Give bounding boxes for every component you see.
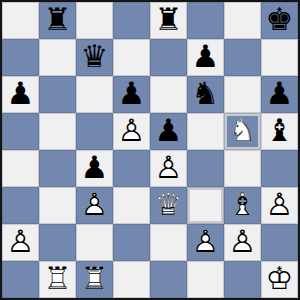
black-pawn[interactable]: ♟ — [76, 150, 113, 187]
square-c7[interactable]: ♛ — [76, 39, 113, 76]
square-c1[interactable]: ♜♖ — [76, 261, 113, 298]
white-pawn-outline: ♙ — [7, 226, 35, 257]
white-bishop-outline: ♗ — [229, 189, 257, 220]
square-e1[interactable] — [150, 261, 187, 298]
square-h6[interactable]: ♟ — [261, 76, 298, 113]
square-e4[interactable]: ♟♙ — [150, 150, 187, 187]
black-pawn-glyph: ♟ — [81, 152, 109, 183]
black-king[interactable]: ♚ — [261, 2, 298, 39]
square-b5[interactable] — [39, 113, 76, 150]
square-a1[interactable] — [2, 261, 39, 298]
square-f5[interactable] — [187, 113, 224, 150]
square-b2[interactable] — [39, 224, 76, 261]
square-b1[interactable]: ♜♖ — [39, 261, 76, 298]
square-e6[interactable] — [150, 76, 187, 113]
square-f7[interactable]: ♟ — [187, 39, 224, 76]
square-g4[interactable] — [224, 150, 261, 187]
square-e5[interactable]: ♟ — [150, 113, 187, 150]
square-d6[interactable]: ♟ — [113, 76, 150, 113]
square-e7[interactable] — [150, 39, 187, 76]
white-pawn-outline: ♙ — [81, 189, 109, 220]
white-pawn[interactable]: ♟♙ — [261, 187, 298, 224]
square-h8[interactable]: ♚ — [261, 2, 298, 39]
white-knight[interactable]: ♞♘ — [224, 113, 261, 150]
square-h2[interactable] — [261, 224, 298, 261]
square-c2[interactable] — [76, 224, 113, 261]
square-a2[interactable]: ♟♙ — [2, 224, 39, 261]
square-f4[interactable] — [187, 150, 224, 187]
square-e2[interactable] — [150, 224, 187, 261]
square-f3[interactable] — [187, 187, 224, 224]
white-rook[interactable]: ♜♖ — [76, 261, 113, 298]
white-king[interactable]: ♚♔ — [261, 261, 298, 298]
square-g1[interactable] — [224, 261, 261, 298]
white-pawn-outline: ♙ — [266, 189, 294, 220]
black-pawn[interactable]: ♟ — [113, 76, 150, 113]
black-queen[interactable]: ♛ — [76, 39, 113, 76]
black-pawn[interactable]: ♟ — [2, 76, 39, 113]
square-c4[interactable]: ♟ — [76, 150, 113, 187]
square-d5[interactable]: ♟♙ — [113, 113, 150, 150]
square-e3[interactable]: ♛♕ — [150, 187, 187, 224]
square-d8[interactable] — [113, 2, 150, 39]
square-b3[interactable] — [39, 187, 76, 224]
black-pawn[interactable]: ♟ — [261, 76, 298, 113]
black-bishop-glyph: ♝ — [266, 115, 294, 146]
square-f2[interactable]: ♟♙ — [187, 224, 224, 261]
black-pawn-glyph: ♟ — [266, 78, 294, 109]
square-f1[interactable] — [187, 261, 224, 298]
square-a6[interactable]: ♟ — [2, 76, 39, 113]
square-f6[interactable]: ♞ — [187, 76, 224, 113]
white-queen-outline: ♕ — [155, 189, 183, 220]
square-h3[interactable]: ♟♙ — [261, 187, 298, 224]
square-b4[interactable] — [39, 150, 76, 187]
square-h7[interactable] — [261, 39, 298, 76]
white-pawn[interactable]: ♟♙ — [2, 224, 39, 261]
black-queen-glyph: ♛ — [81, 41, 109, 72]
black-pawn-glyph: ♟ — [7, 78, 35, 109]
white-pawn[interactable]: ♟♙ — [187, 224, 224, 261]
black-pawn-glyph: ♟ — [118, 78, 146, 109]
square-d3[interactable] — [113, 187, 150, 224]
black-rook[interactable]: ♜ — [150, 2, 187, 39]
black-pawn[interactable]: ♟ — [187, 39, 224, 76]
white-pawn[interactable]: ♟♙ — [150, 150, 187, 187]
square-b6[interactable] — [39, 76, 76, 113]
square-c3[interactable]: ♟♙ — [76, 187, 113, 224]
white-king-outline: ♔ — [266, 263, 294, 294]
square-a4[interactable] — [2, 150, 39, 187]
black-knight-glyph: ♞ — [192, 78, 220, 109]
white-pawn-outline: ♙ — [118, 115, 146, 146]
chess-board: ♜♜♚♛♟♟♟♞♟♟♙♟♞♘♝♟♟♙♟♙♛♕♝♗♟♙♟♙♟♙♟♙♜♖♜♖♚♔ — [0, 0, 300, 300]
chess-board-container: ♜♜♚♛♟♟♟♞♟♟♙♟♞♘♝♟♟♙♟♙♛♕♝♗♟♙♟♙♟♙♟♙♜♖♜♖♚♔ — [0, 0, 300, 300]
black-knight[interactable]: ♞ — [187, 76, 224, 113]
square-a7[interactable] — [2, 39, 39, 76]
black-bishop[interactable]: ♝ — [261, 113, 298, 150]
white-pawn[interactable]: ♟♙ — [113, 113, 150, 150]
black-king-glyph: ♚ — [266, 4, 294, 35]
square-d2[interactable] — [113, 224, 150, 261]
square-d4[interactable] — [113, 150, 150, 187]
square-g3[interactable]: ♝♗ — [224, 187, 261, 224]
square-c6[interactable] — [76, 76, 113, 113]
square-g7[interactable] — [224, 39, 261, 76]
white-knight-outline: ♘ — [229, 115, 257, 146]
black-rook[interactable]: ♜ — [39, 2, 76, 39]
square-e8[interactable]: ♜ — [150, 2, 187, 39]
square-b7[interactable] — [39, 39, 76, 76]
square-c5[interactable] — [76, 113, 113, 150]
black-pawn[interactable]: ♟ — [150, 113, 187, 150]
square-g6[interactable] — [224, 76, 261, 113]
square-b8[interactable]: ♜ — [39, 2, 76, 39]
black-pawn-glyph: ♟ — [155, 115, 183, 146]
square-a3[interactable] — [2, 187, 39, 224]
white-rook-outline: ♖ — [44, 263, 72, 294]
white-rook-outline: ♖ — [81, 263, 109, 294]
square-g8[interactable] — [224, 2, 261, 39]
white-pawn[interactable]: ♟♙ — [76, 187, 113, 224]
square-g2[interactable]: ♟♙ — [224, 224, 261, 261]
white-queen[interactable]: ♛♕ — [150, 187, 187, 224]
square-h5[interactable]: ♝ — [261, 113, 298, 150]
white-pawn-outline: ♙ — [229, 226, 257, 257]
square-h4[interactable] — [261, 150, 298, 187]
white-pawn-outline: ♙ — [192, 226, 220, 257]
black-rook-glyph: ♜ — [44, 4, 72, 35]
square-a8[interactable] — [2, 2, 39, 39]
black-pawn-glyph: ♟ — [192, 41, 220, 72]
square-g5[interactable]: ♞♘ — [224, 113, 261, 150]
square-h1[interactable]: ♚♔ — [261, 261, 298, 298]
white-bishop[interactable]: ♝♗ — [224, 187, 261, 224]
square-a5[interactable] — [2, 113, 39, 150]
black-rook-glyph: ♜ — [155, 4, 183, 35]
square-d1[interactable] — [113, 261, 150, 298]
square-f8[interactable] — [187, 2, 224, 39]
white-pawn[interactable]: ♟♙ — [224, 224, 261, 261]
square-d7[interactable] — [113, 39, 150, 76]
white-rook[interactable]: ♜♖ — [39, 261, 76, 298]
square-c8[interactable] — [76, 2, 113, 39]
white-pawn-outline: ♙ — [155, 152, 183, 183]
